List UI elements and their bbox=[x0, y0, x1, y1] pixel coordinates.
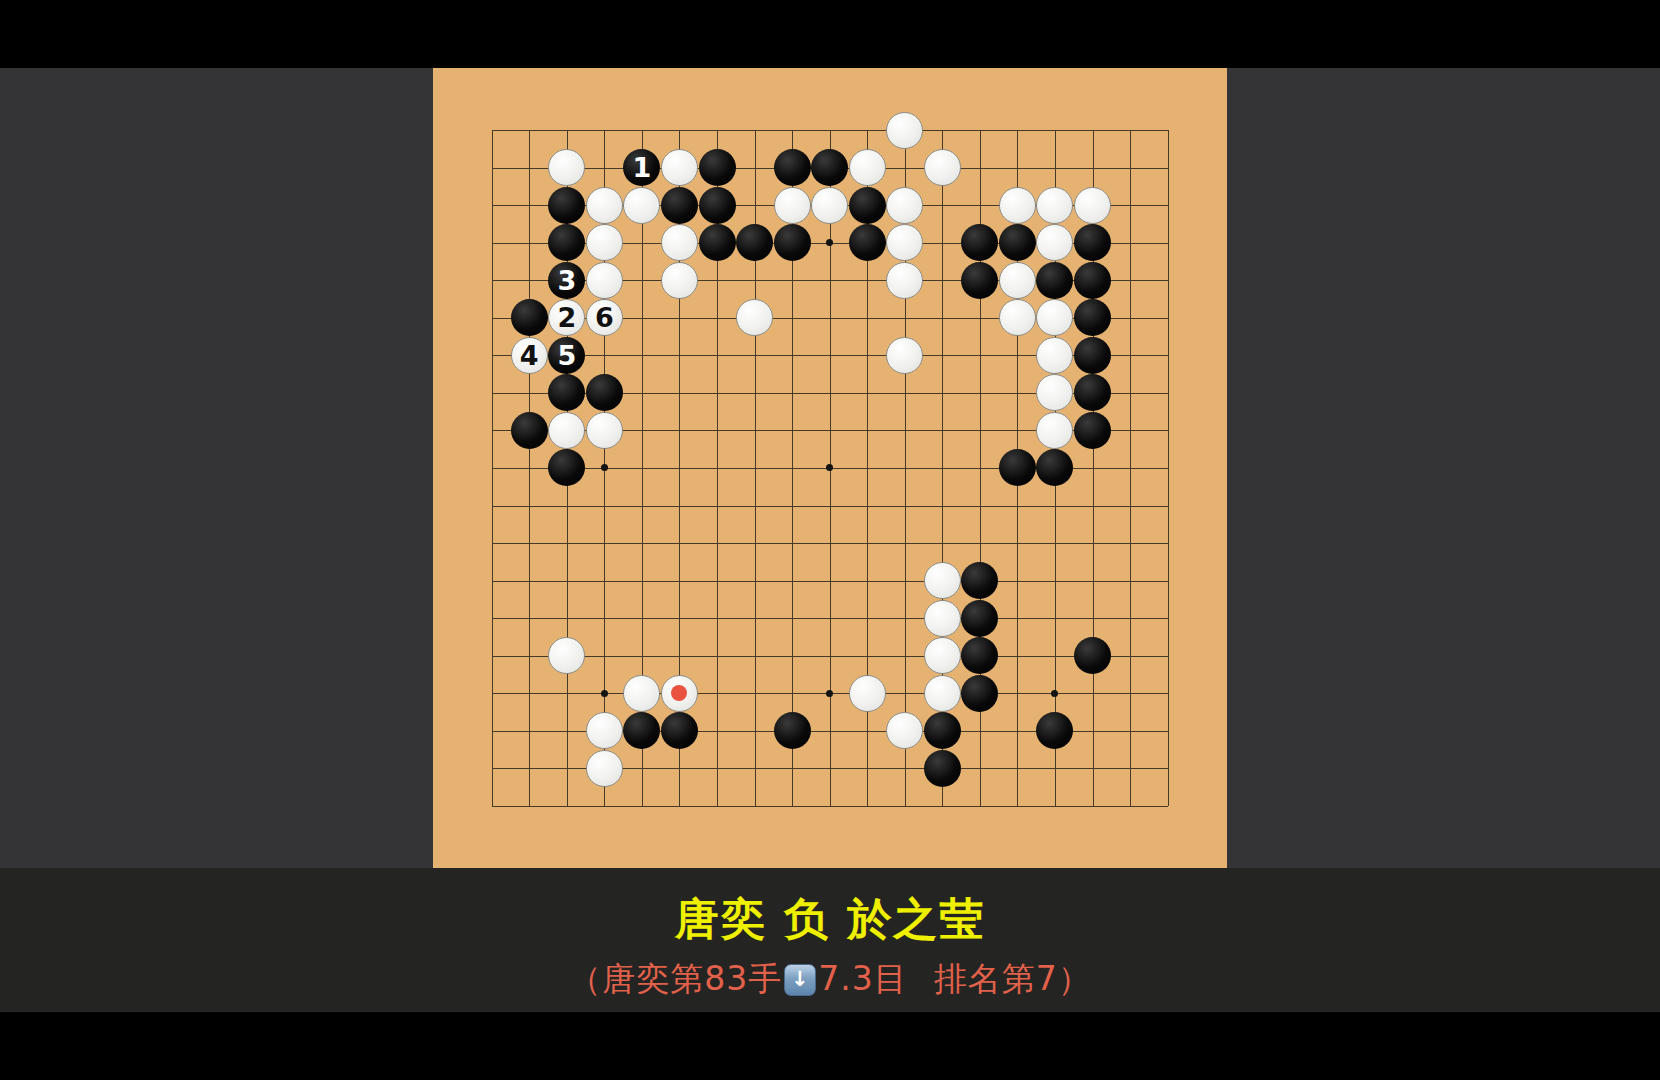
white-stone bbox=[999, 262, 1036, 299]
white-stone bbox=[661, 224, 698, 261]
white-stone bbox=[661, 675, 698, 712]
grid-line bbox=[1130, 130, 1131, 806]
white-stone: 2 bbox=[548, 299, 585, 336]
white-stone bbox=[849, 675, 886, 712]
white-stone bbox=[886, 262, 923, 299]
white-stone bbox=[886, 712, 923, 749]
black-stone bbox=[699, 187, 736, 224]
black-stone bbox=[699, 149, 736, 186]
white-stone bbox=[1036, 374, 1073, 411]
black-stone bbox=[961, 600, 998, 637]
black-stone bbox=[774, 712, 811, 749]
white-stone bbox=[661, 262, 698, 299]
white-stone bbox=[736, 299, 773, 336]
grid-line bbox=[492, 581, 1168, 582]
white-stone bbox=[548, 637, 585, 674]
last-move-marker bbox=[671, 685, 687, 701]
white-stone bbox=[1074, 187, 1111, 224]
black-stone bbox=[961, 637, 998, 674]
black-stone: 5 bbox=[548, 337, 585, 374]
white-stone bbox=[924, 149, 961, 186]
white-stone bbox=[586, 187, 623, 224]
game-result-text: 唐奕 负 於之莹 bbox=[0, 890, 1660, 949]
caption-area: 唐奕 负 於之莹 （唐奕第83手 ↓ 7.3目 排名第7） bbox=[0, 868, 1660, 1012]
star-point bbox=[601, 690, 608, 697]
black-stone bbox=[999, 224, 1036, 261]
analysis-rank-text: 排名第7） bbox=[934, 957, 1092, 1002]
white-stone bbox=[548, 412, 585, 449]
black-stone: 1 bbox=[623, 149, 660, 186]
white-stone bbox=[586, 224, 623, 261]
black-stone bbox=[961, 224, 998, 261]
down-arrow-emoji-icon: ↓ bbox=[784, 964, 816, 996]
white-stone bbox=[548, 149, 585, 186]
black-stone bbox=[961, 675, 998, 712]
black-stone bbox=[586, 374, 623, 411]
black-stone bbox=[924, 712, 961, 749]
black-stone bbox=[1036, 262, 1073, 299]
white-stone bbox=[586, 412, 623, 449]
black-stone bbox=[1074, 262, 1111, 299]
black-stone bbox=[548, 374, 585, 411]
grid-line bbox=[492, 506, 1168, 507]
black-stone bbox=[1074, 224, 1111, 261]
black-stone bbox=[774, 224, 811, 261]
white-stone bbox=[586, 750, 623, 787]
white-stone bbox=[924, 637, 961, 674]
black-stone bbox=[511, 299, 548, 336]
white-stone bbox=[623, 675, 660, 712]
black-stone bbox=[924, 750, 961, 787]
black-stone bbox=[811, 149, 848, 186]
black-stone bbox=[774, 149, 811, 186]
black-stone bbox=[548, 187, 585, 224]
black-stone bbox=[1074, 637, 1111, 674]
black-stone bbox=[1036, 449, 1073, 486]
grid-line bbox=[492, 543, 1168, 544]
black-stone bbox=[1036, 712, 1073, 749]
black-stone bbox=[623, 712, 660, 749]
black-stone bbox=[961, 262, 998, 299]
star-point bbox=[826, 690, 833, 697]
white-stone bbox=[1036, 299, 1073, 336]
white-stone bbox=[1036, 337, 1073, 374]
white-stone bbox=[661, 149, 698, 186]
black-stone bbox=[1074, 374, 1111, 411]
move-number-label: 2 bbox=[557, 304, 576, 331]
grid-line bbox=[492, 656, 1168, 657]
star-point bbox=[826, 464, 833, 471]
black-stone bbox=[1074, 299, 1111, 336]
black-stone bbox=[999, 449, 1036, 486]
move-number-label: 6 bbox=[595, 304, 614, 331]
white-stone bbox=[586, 712, 623, 749]
black-stone bbox=[511, 412, 548, 449]
white-stone bbox=[774, 187, 811, 224]
white-stone bbox=[586, 262, 623, 299]
white-stone bbox=[1036, 412, 1073, 449]
black-stone bbox=[661, 712, 698, 749]
move-number-label: 5 bbox=[557, 342, 576, 369]
white-stone: 4 bbox=[511, 337, 548, 374]
grid-line bbox=[492, 618, 1168, 619]
move-number-label: 3 bbox=[557, 267, 576, 294]
white-stone bbox=[886, 337, 923, 374]
white-stone bbox=[924, 600, 961, 637]
star-point bbox=[826, 239, 833, 246]
grid-line bbox=[492, 806, 1168, 807]
analysis-open-text: （唐奕第83手 bbox=[568, 957, 782, 1002]
black-stone bbox=[1074, 412, 1111, 449]
black-stone bbox=[736, 224, 773, 261]
white-stone bbox=[849, 149, 886, 186]
move-number-label: 4 bbox=[520, 342, 539, 369]
analysis-score-text: 7.3目 bbox=[818, 957, 907, 1002]
grid-line bbox=[1168, 130, 1169, 806]
black-stone: 3 bbox=[548, 262, 585, 299]
white-stone bbox=[924, 675, 961, 712]
black-stone bbox=[699, 224, 736, 261]
black-stone bbox=[849, 187, 886, 224]
white-stone bbox=[924, 562, 961, 599]
white-stone bbox=[1036, 224, 1073, 261]
star-point bbox=[1051, 690, 1058, 697]
move-analysis-text: （唐奕第83手 ↓ 7.3目 排名第7） bbox=[0, 957, 1660, 1002]
white-stone bbox=[886, 224, 923, 261]
go-board[interactable]: 132645 bbox=[433, 68, 1227, 868]
white-stone bbox=[623, 187, 660, 224]
black-stone bbox=[548, 224, 585, 261]
white-stone bbox=[886, 187, 923, 224]
move-number-label: 1 bbox=[633, 154, 652, 181]
black-stone bbox=[961, 562, 998, 599]
black-stone bbox=[548, 449, 585, 486]
black-stone bbox=[1074, 337, 1111, 374]
white-stone bbox=[999, 187, 1036, 224]
white-stone bbox=[811, 187, 848, 224]
star-point bbox=[601, 464, 608, 471]
white-stone bbox=[1036, 187, 1073, 224]
white-stone: 6 bbox=[586, 299, 623, 336]
screen: 132645 唐奕 负 於之莹 （唐奕第83手 ↓ 7.3目 排名第7） bbox=[0, 0, 1660, 1080]
black-stone bbox=[661, 187, 698, 224]
white-stone bbox=[886, 112, 923, 149]
white-stone bbox=[999, 299, 1036, 336]
black-stone bbox=[849, 224, 886, 261]
